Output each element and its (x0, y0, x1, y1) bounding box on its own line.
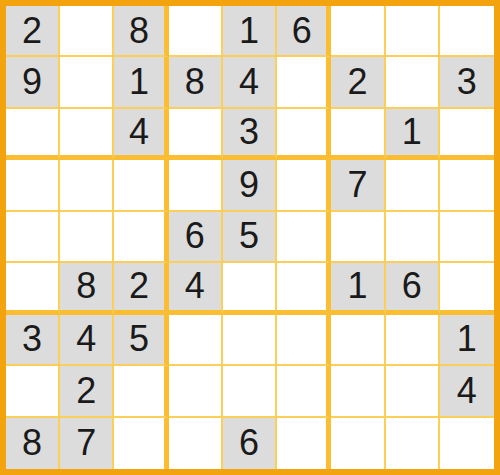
cell-r9c2-given: 7 (60, 418, 114, 469)
cell-r8c9-given: 4 (440, 366, 494, 417)
cell-r5c3-empty[interactable] (114, 212, 168, 263)
cell-r2c4-given: 8 (169, 57, 223, 108)
cell-r9c4-empty[interactable] (169, 418, 223, 469)
cell-r9c1-given: 8 (6, 418, 60, 469)
cell-r7c3-given: 5 (114, 315, 168, 366)
cell-r2c2-empty[interactable] (60, 57, 114, 108)
cell-r4c8-empty[interactable] (386, 160, 440, 211)
cell-r8c3-empty[interactable] (114, 366, 168, 417)
cell-r7c7-empty[interactable] (331, 315, 385, 366)
cell-r8c8-empty[interactable] (386, 366, 440, 417)
cell-r8c5-empty[interactable] (223, 366, 277, 417)
cell-r1c6-given: 6 (277, 6, 331, 57)
cell-r9c3-empty[interactable] (114, 418, 168, 469)
cell-r6c2-given: 8 (60, 263, 114, 314)
cell-r5c1-empty[interactable] (6, 212, 60, 263)
cell-r1c1-given: 2 (6, 6, 60, 57)
cell-r3c3-given: 4 (114, 109, 168, 160)
cell-r6c4-given: 4 (169, 263, 223, 314)
cell-r6c6-empty[interactable] (277, 263, 331, 314)
cell-r4c6-empty[interactable] (277, 160, 331, 211)
cell-r5c2-empty[interactable] (60, 212, 114, 263)
cell-r7c5-empty[interactable] (223, 315, 277, 366)
cell-r9c5-given: 6 (223, 418, 277, 469)
cell-r3c9-empty[interactable] (440, 109, 494, 160)
cell-r7c1-given: 3 (6, 315, 60, 366)
cell-r9c6-empty[interactable] (277, 418, 331, 469)
cell-r2c9-given: 3 (440, 57, 494, 108)
cell-r6c5-empty[interactable] (223, 263, 277, 314)
cell-r2c6-empty[interactable] (277, 57, 331, 108)
cell-r8c4-empty[interactable] (169, 366, 223, 417)
cell-r2c5-given: 4 (223, 57, 277, 108)
cell-r3c6-empty[interactable] (277, 109, 331, 160)
cell-r1c8-empty[interactable] (386, 6, 440, 57)
cell-r7c6-empty[interactable] (277, 315, 331, 366)
cell-r2c7-given: 2 (331, 57, 385, 108)
cell-r3c4-empty[interactable] (169, 109, 223, 160)
cell-r6c8-given: 6 (386, 263, 440, 314)
cell-r5c6-empty[interactable] (277, 212, 331, 263)
cell-r9c8-empty[interactable] (386, 418, 440, 469)
cell-r2c1-given: 9 (6, 57, 60, 108)
cell-r5c7-empty[interactable] (331, 212, 385, 263)
cell-r8c7-empty[interactable] (331, 366, 385, 417)
cell-r4c9-empty[interactable] (440, 160, 494, 211)
cell-r1c7-empty[interactable] (331, 6, 385, 57)
cell-r4c4-empty[interactable] (169, 160, 223, 211)
cell-r9c7-empty[interactable] (331, 418, 385, 469)
cell-r6c7-given: 1 (331, 263, 385, 314)
cell-r7c9-given: 1 (440, 315, 494, 366)
cell-r8c1-empty[interactable] (6, 366, 60, 417)
cell-r4c1-empty[interactable] (6, 160, 60, 211)
cell-r5c4-given: 6 (169, 212, 223, 263)
cell-r4c3-empty[interactable] (114, 160, 168, 211)
cell-r1c4-empty[interactable] (169, 6, 223, 57)
cell-r9c9-empty[interactable] (440, 418, 494, 469)
cell-r7c4-empty[interactable] (169, 315, 223, 366)
sudoku-board: 2816918423431976582416345124876 (0, 0, 500, 475)
cell-r7c8-empty[interactable] (386, 315, 440, 366)
cell-r4c2-empty[interactable] (60, 160, 114, 211)
cell-r6c9-empty[interactable] (440, 263, 494, 314)
cell-r1c3-given: 8 (114, 6, 168, 57)
cell-r1c2-empty[interactable] (60, 6, 114, 57)
cell-r1c5-given: 1 (223, 6, 277, 57)
cell-r2c8-empty[interactable] (386, 57, 440, 108)
cell-r6c3-given: 2 (114, 263, 168, 314)
cell-r3c7-empty[interactable] (331, 109, 385, 160)
cell-r4c7-given: 7 (331, 160, 385, 211)
cell-r3c5-given: 3 (223, 109, 277, 160)
cell-r8c6-empty[interactable] (277, 366, 331, 417)
cell-r2c3-given: 1 (114, 57, 168, 108)
cell-r8c2-given: 2 (60, 366, 114, 417)
cell-r4c5-given: 9 (223, 160, 277, 211)
cell-r7c2-given: 4 (60, 315, 114, 366)
cell-r3c2-empty[interactable] (60, 109, 114, 160)
cell-r3c8-given: 1 (386, 109, 440, 160)
cell-r5c5-given: 5 (223, 212, 277, 263)
cell-r1c9-empty[interactable] (440, 6, 494, 57)
cell-r5c8-empty[interactable] (386, 212, 440, 263)
cell-r6c1-empty[interactable] (6, 263, 60, 314)
cell-r3c1-empty[interactable] (6, 109, 60, 160)
cell-r5c9-empty[interactable] (440, 212, 494, 263)
